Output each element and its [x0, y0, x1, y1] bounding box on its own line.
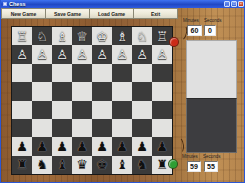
square[interactable]: ♙ [132, 45, 152, 63]
square[interactable]: ♘ [32, 27, 52, 45]
chess-board: ♖♘♗♕♔♗♘♖♙♙♙♙♙♙♙♙♟♟♟♟♟♟♟♟♜♞♝♛♚♝♞♜ [11, 26, 173, 175]
square[interactable]: ♜ [12, 156, 32, 174]
black-piece: ♜ [156, 158, 168, 171]
white-piece: ♙ [96, 48, 108, 61]
square[interactable] [72, 64, 92, 82]
square[interactable] [112, 101, 132, 119]
square[interactable] [52, 64, 72, 82]
square[interactable]: ♟ [52, 137, 72, 155]
square[interactable]: ♙ [92, 45, 112, 63]
white-piece: ♘ [36, 30, 48, 43]
white-piece: ♖ [156, 30, 168, 43]
square[interactable]: ♝ [52, 156, 72, 174]
black-turn-indicator [168, 159, 178, 169]
square[interactable] [12, 101, 32, 119]
square[interactable]: ♟ [152, 137, 172, 155]
minimize-button[interactable]: _ [224, 1, 230, 7]
black-piece: ♟ [36, 140, 48, 153]
top-minutes-label: Minutes [183, 18, 199, 23]
square[interactable]: ♖ [12, 27, 32, 45]
square[interactable] [72, 82, 92, 100]
square[interactable]: ♙ [152, 45, 172, 63]
window-controls: _ □ × [224, 1, 244, 7]
white-piece: ♙ [136, 48, 148, 61]
square[interactable] [132, 119, 152, 137]
black-piece: ♟ [136, 140, 148, 153]
square[interactable]: ♟ [72, 137, 92, 155]
white-piece: ♗ [116, 30, 128, 43]
square[interactable]: ♔ [92, 27, 112, 45]
black-piece: ♟ [156, 140, 168, 153]
white-piece: ♙ [116, 48, 128, 61]
square[interactable]: ♟ [92, 137, 112, 155]
square[interactable] [12, 82, 32, 100]
square[interactable] [32, 64, 52, 82]
app-icon [3, 2, 7, 6]
square[interactable]: ♕ [72, 27, 92, 45]
square[interactable] [92, 101, 112, 119]
square[interactable] [152, 64, 172, 82]
bottom-minutes-label: Minutes [182, 154, 198, 159]
square[interactable] [12, 119, 32, 137]
square[interactable] [152, 82, 172, 100]
black-piece: ♜ [16, 158, 28, 171]
square[interactable]: ♟ [112, 137, 132, 155]
bottom-seconds-label: Seconds [203, 154, 221, 159]
square[interactable]: ♙ [112, 45, 132, 63]
close-button[interactable]: × [238, 1, 244, 7]
square[interactable]: ♟ [32, 137, 52, 155]
square[interactable] [132, 64, 152, 82]
black-piece: ♞ [36, 158, 48, 171]
white-piece: ♙ [16, 48, 28, 61]
square[interactable] [32, 82, 52, 100]
top-seconds-field[interactable]: 0 [204, 25, 216, 36]
white-turn-indicator [169, 37, 179, 47]
square[interactable] [92, 64, 112, 82]
square[interactable] [92, 119, 112, 137]
square[interactable]: ♟ [132, 137, 152, 155]
bottom-seconds-field[interactable]: 55 [204, 161, 218, 172]
square[interactable]: ♞ [32, 156, 52, 174]
square[interactable]: ♙ [12, 45, 32, 63]
square[interactable] [112, 119, 132, 137]
square[interactable]: ♘ [132, 27, 152, 45]
square[interactable] [52, 82, 72, 100]
white-piece: ♙ [36, 48, 48, 61]
white-piece: ♔ [96, 30, 108, 43]
white-piece: ♖ [16, 30, 28, 43]
square[interactable] [32, 119, 52, 137]
square[interactable] [52, 101, 72, 119]
white-piece: ♕ [76, 30, 88, 43]
square[interactable] [132, 82, 152, 100]
new-game-button[interactable]: New Game [1, 8, 46, 19]
square[interactable]: ♙ [32, 45, 52, 63]
lower-panel [186, 98, 237, 153]
square[interactable]: ♟ [12, 137, 32, 155]
black-piece: ♟ [16, 140, 28, 153]
white-piece: ♙ [76, 48, 88, 61]
square[interactable] [72, 119, 92, 137]
top-seconds-label: Seconds [204, 18, 222, 23]
top-minutes-field[interactable]: 60 [187, 25, 202, 36]
black-piece: ♟ [96, 140, 108, 153]
square[interactable]: ♛ [72, 156, 92, 174]
square[interactable]: ♙ [72, 45, 92, 63]
menu-bar: New Game Save Game Load Game Exit [1, 8, 181, 19]
square[interactable] [12, 64, 32, 82]
bottom-minutes-field[interactable]: 59 [187, 161, 201, 172]
black-piece: ♛ [76, 158, 88, 171]
square[interactable] [112, 82, 132, 100]
exit-button[interactable]: Exit [133, 8, 178, 19]
square[interactable]: ♝ [112, 156, 132, 174]
square[interactable] [32, 101, 52, 119]
square[interactable]: ♗ [52, 27, 72, 45]
window-title: Chess [9, 0, 222, 8]
square[interactable]: ♞ [132, 156, 152, 174]
square[interactable]: ♗ [112, 27, 132, 45]
upper-panel [186, 40, 237, 98]
black-piece: ♞ [136, 158, 148, 171]
square[interactable] [152, 101, 172, 119]
chess-app-window: Chess _ □ × New Game Save Game Load Game… [0, 0, 245, 183]
load-game-button[interactable]: Load Game [89, 8, 134, 19]
square[interactable]: ♚ [92, 156, 112, 174]
black-piece: ♟ [116, 140, 128, 153]
square[interactable]: ♙ [52, 45, 72, 63]
white-piece: ♙ [56, 48, 68, 61]
square[interactable] [132, 101, 152, 119]
square[interactable] [112, 64, 132, 82]
square[interactable] [72, 101, 92, 119]
title-bar: Chess _ □ × [1, 0, 245, 8]
arc-decoration-bottom [173, 137, 185, 155]
black-piece: ♟ [56, 140, 68, 153]
square[interactable] [152, 119, 172, 137]
white-piece: ♘ [136, 30, 148, 43]
white-piece: ♙ [156, 48, 168, 61]
maximize-button[interactable]: □ [231, 1, 237, 7]
white-piece: ♗ [56, 30, 68, 43]
black-piece: ♝ [116, 158, 128, 171]
save-game-button[interactable]: Save Game [45, 8, 90, 19]
black-piece: ♝ [56, 158, 68, 171]
square[interactable] [92, 82, 112, 100]
black-piece: ♟ [76, 140, 88, 153]
square[interactable] [52, 119, 72, 137]
black-piece: ♚ [96, 158, 108, 171]
